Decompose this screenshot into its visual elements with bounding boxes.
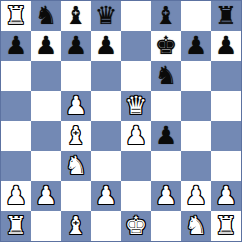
square-e5[interactable]: ♛ xyxy=(121,91,151,121)
square-a4[interactable] xyxy=(1,121,31,151)
black-pawn[interactable]: ♟ xyxy=(35,31,57,61)
square-g2[interactable]: ♟ xyxy=(181,181,211,211)
black-knight[interactable]: ♞ xyxy=(35,1,57,31)
square-b2[interactable]: ♟ xyxy=(31,181,61,211)
square-f4[interactable]: ♟ xyxy=(151,121,181,151)
square-d7[interactable]: ♟ xyxy=(91,31,121,61)
square-h2[interactable]: ♟ xyxy=(211,181,241,211)
square-h1[interactable]: ♜ xyxy=(211,211,241,241)
square-b6[interactable] xyxy=(31,61,61,91)
white-pawn[interactable]: ♟ xyxy=(125,121,147,151)
white-pawn[interactable]: ♟ xyxy=(95,181,117,211)
square-g7[interactable]: ♟ xyxy=(181,31,211,61)
white-pawn[interactable]: ♟ xyxy=(185,181,207,211)
square-a6[interactable] xyxy=(1,61,31,91)
square-f1[interactable] xyxy=(151,211,181,241)
square-g4[interactable] xyxy=(181,121,211,151)
square-d3[interactable] xyxy=(91,151,121,181)
black-pawn[interactable]: ♟ xyxy=(155,121,177,151)
square-f6[interactable]: ♞ xyxy=(151,61,181,91)
square-d1[interactable] xyxy=(91,211,121,241)
square-a5[interactable] xyxy=(1,91,31,121)
white-pawn[interactable]: ♟ xyxy=(35,181,57,211)
square-d6[interactable] xyxy=(91,61,121,91)
white-bishop[interactable]: ♝ xyxy=(65,121,87,151)
square-h5[interactable] xyxy=(211,91,241,121)
square-b3[interactable] xyxy=(31,151,61,181)
square-e7[interactable] xyxy=(121,31,151,61)
chess-board-wrapper: ♜♞♝♛♝♜♟♟♟♟♚♟♟♞♟♛♝♟♟♞♟♟♟♟♟♟♜♝♚♞♜ xyxy=(0,0,242,242)
white-bishop[interactable]: ♝ xyxy=(65,211,87,241)
square-a2[interactable]: ♟ xyxy=(1,181,31,211)
square-a8[interactable]: ♜ xyxy=(1,1,31,31)
square-f2[interactable]: ♟ xyxy=(151,181,181,211)
black-rook[interactable]: ♜ xyxy=(215,1,237,31)
square-e3[interactable] xyxy=(121,151,151,181)
square-a3[interactable] xyxy=(1,151,31,181)
black-king[interactable]: ♚ xyxy=(155,31,177,61)
square-g8[interactable] xyxy=(181,1,211,31)
square-e2[interactable] xyxy=(121,181,151,211)
square-b5[interactable] xyxy=(31,91,61,121)
white-knight[interactable]: ♞ xyxy=(185,211,207,241)
square-c3[interactable]: ♞ xyxy=(61,151,91,181)
white-king[interactable]: ♚ xyxy=(125,211,147,241)
square-b8[interactable]: ♞ xyxy=(31,1,61,31)
square-g3[interactable] xyxy=(181,151,211,181)
square-g6[interactable] xyxy=(181,61,211,91)
square-c2[interactable] xyxy=(61,181,91,211)
white-rook[interactable]: ♜ xyxy=(215,211,237,241)
square-f5[interactable] xyxy=(151,91,181,121)
white-pawn[interactable]: ♟ xyxy=(5,181,27,211)
square-e6[interactable] xyxy=(121,61,151,91)
black-pawn[interactable]: ♟ xyxy=(215,31,237,61)
white-knight[interactable]: ♞ xyxy=(65,151,87,181)
square-b4[interactable] xyxy=(31,121,61,151)
square-g5[interactable] xyxy=(181,91,211,121)
square-a7[interactable]: ♟ xyxy=(1,31,31,61)
chess-board: ♜♞♝♛♝♜♟♟♟♟♚♟♟♞♟♛♝♟♟♞♟♟♟♟♟♟♜♝♚♞♜ xyxy=(0,0,242,242)
white-pawn[interactable]: ♟ xyxy=(215,181,237,211)
square-c8[interactable]: ♝ xyxy=(61,1,91,31)
black-pawn[interactable]: ♟ xyxy=(95,31,117,61)
white-rook[interactable]: ♜ xyxy=(5,211,27,241)
black-queen[interactable]: ♛ xyxy=(95,1,117,31)
square-b7[interactable]: ♟ xyxy=(31,31,61,61)
square-a1[interactable]: ♜ xyxy=(1,211,31,241)
square-h8[interactable]: ♜ xyxy=(211,1,241,31)
square-d5[interactable] xyxy=(91,91,121,121)
black-bishop[interactable]: ♝ xyxy=(65,1,87,31)
black-pawn[interactable]: ♟ xyxy=(5,31,27,61)
black-bishop[interactable]: ♝ xyxy=(155,1,177,31)
white-queen[interactable]: ♛ xyxy=(125,91,147,121)
square-f8[interactable]: ♝ xyxy=(151,1,181,31)
square-e8[interactable] xyxy=(121,1,151,31)
square-c6[interactable] xyxy=(61,61,91,91)
square-d4[interactable] xyxy=(91,121,121,151)
square-f3[interactable] xyxy=(151,151,181,181)
square-c1[interactable]: ♝ xyxy=(61,211,91,241)
square-h4[interactable] xyxy=(211,121,241,151)
square-e1[interactable]: ♚ xyxy=(121,211,151,241)
square-c7[interactable]: ♟ xyxy=(61,31,91,61)
square-h3[interactable] xyxy=(211,151,241,181)
square-h7[interactable]: ♟ xyxy=(211,31,241,61)
square-c5[interactable]: ♟ xyxy=(61,91,91,121)
square-f7[interactable]: ♚ xyxy=(151,31,181,61)
square-e4[interactable]: ♟ xyxy=(121,121,151,151)
white-pawn[interactable]: ♟ xyxy=(155,181,177,211)
black-pawn[interactable]: ♟ xyxy=(65,31,87,61)
white-rook[interactable]: ♜ xyxy=(5,1,27,31)
square-h6[interactable] xyxy=(211,61,241,91)
black-knight[interactable]: ♞ xyxy=(155,61,177,91)
white-pawn[interactable]: ♟ xyxy=(65,91,87,121)
square-d2[interactable]: ♟ xyxy=(91,181,121,211)
square-b1[interactable] xyxy=(31,211,61,241)
black-pawn[interactable]: ♟ xyxy=(185,31,207,61)
square-g1[interactable]: ♞ xyxy=(181,211,211,241)
square-d8[interactable]: ♛ xyxy=(91,1,121,31)
square-c4[interactable]: ♝ xyxy=(61,121,91,151)
